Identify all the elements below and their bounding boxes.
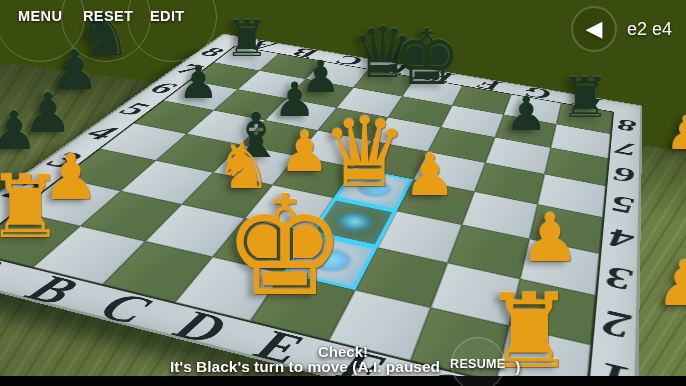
captured-white-pawn-right-1[interactable]: ♟: [665, 110, 686, 156]
black-rook-a8[interactable]: ♜: [225, 15, 270, 65]
file-label-far-f-text: F: [475, 78, 503, 92]
turn-status: It's Black's turn to move (A.I. paused R…: [170, 358, 521, 376]
edit-button[interactable]: EDIT: [150, 8, 185, 24]
rank-label-right-6-text: 6: [613, 165, 635, 185]
back-arrow-icon: ◀: [585, 18, 602, 40]
bottom-bar: [0, 376, 686, 386]
white-rook-a1[interactable]: ♜: [0, 164, 64, 251]
game-stage: 1122334455667788AABBCCDDEEFFGGHH ♜♛♚♜♟♟♟…: [0, 0, 686, 386]
resume-wrap: RESUME: [446, 354, 509, 373]
rank-label-right-8-text: 8: [617, 118, 637, 134]
rank-label-right-2-text: 2: [601, 307, 631, 342]
rank-label-right-4-text: 4: [607, 226, 633, 252]
rank-label-right-7-text: 7: [615, 140, 636, 158]
black-pawn-g7[interactable]: ♟: [505, 90, 547, 137]
resume-button[interactable]: RESUME: [446, 355, 509, 373]
black-king-e8[interactable]: ♚: [393, 20, 462, 97]
move-navigator: ◀ e2 e4: [571, 6, 672, 52]
menu-button[interactable]: MENU: [18, 8, 62, 24]
file-label-near-b-text: B: [21, 272, 84, 308]
rank-label-right-5-text: 5: [610, 194, 634, 217]
white-pawn-h3[interactable]: ♟: [520, 204, 580, 271]
black-pawn-a6[interactable]: ♟: [178, 60, 219, 106]
turn-status-close-paren: ): [515, 358, 520, 376]
white-king-e1[interactable]: ♚: [223, 178, 347, 316]
reset-button[interactable]: RESET: [83, 8, 133, 24]
captured-black-pawn-4[interactable]: ♟: [0, 104, 38, 157]
rank-label-right-3-text: 3: [604, 264, 632, 294]
black-rook-h8[interactable]: ♜: [560, 70, 610, 126]
turn-status-text: It's Black's turn to move (A.I. paused: [170, 358, 440, 376]
white-pawn-f4[interactable]: ♟: [403, 146, 455, 204]
last-move-label: e2 e4: [627, 19, 672, 40]
undo-move-button[interactable]: ◀: [571, 6, 617, 52]
captured-white-pawn-right-2[interactable]: ♟: [656, 253, 686, 315]
file-label-near-c-text: C: [94, 289, 155, 327]
